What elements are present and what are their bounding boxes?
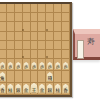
board-cell: 歩: [46, 59, 54, 71]
board-cell: [62, 13, 70, 22]
board-cell: [7, 71, 15, 83]
board-cell: [62, 50, 70, 59]
board-cell: [0, 32, 7, 41]
board-cell: 歩: [15, 59, 23, 71]
board-cell: [62, 32, 70, 41]
board-cell: [62, 41, 70, 50]
shogi-board: 歩歩歩歩歩歩歩歩歩角飛香桂銀金王金銀桂香: [0, 2, 72, 97]
board-cell: [7, 4, 15, 13]
board-cell: 桂: [54, 83, 62, 95]
piece-kanji: 銀: [16, 87, 21, 93]
board-cell: [31, 32, 39, 41]
board-cell: 桂: [7, 83, 15, 95]
piece-kanji: 香: [63, 87, 68, 93]
piece-kanji: 金: [24, 87, 29, 93]
piece-pawn: 歩: [23, 62, 29, 69]
hoshi-dot: [46, 56, 48, 58]
board-cell: [23, 71, 31, 83]
piece-pawn: 歩: [7, 62, 13, 69]
piece-silver: 銀: [46, 84, 53, 93]
hoshi-dot: [46, 29, 48, 31]
piece-rook: 飛: [46, 72, 53, 81]
board-cell: [15, 71, 23, 83]
piece-kanji: 歩: [8, 64, 12, 69]
piece-silver: 銀: [15, 84, 22, 93]
piece-kanji: 歩: [16, 64, 20, 69]
board-cell: 歩: [38, 59, 46, 71]
board-cell: [0, 50, 7, 59]
piece-bishop: 角: [0, 72, 6, 81]
piece-gold: 金: [23, 84, 30, 93]
board-cell: 銀: [15, 83, 23, 95]
box-label: 将棋駒: [77, 40, 84, 59]
board-cell: [46, 13, 54, 22]
piece-pawn: 歩: [55, 62, 61, 69]
board-cell: [23, 50, 31, 59]
board-cell: [15, 13, 23, 22]
board-cell: [54, 22, 62, 31]
board-cell: [46, 4, 54, 13]
board-cell: 香: [0, 83, 7, 95]
piece-kanji: 王: [31, 87, 36, 93]
board-cell: [54, 41, 62, 50]
piece-kanji: 銀: [47, 87, 52, 93]
piece-knight: 桂: [7, 84, 14, 93]
board-cell: [0, 22, 7, 31]
hoshi-dot: [22, 56, 24, 58]
piece-kanji: 金: [39, 87, 44, 93]
piece-kanji: 歩: [48, 64, 52, 69]
board-cell: 角: [0, 71, 7, 83]
board-cell: 歩: [0, 59, 7, 71]
piece-kanji: 桂: [8, 87, 13, 93]
board-cell: 歩: [7, 59, 15, 71]
board-cell: [54, 71, 62, 83]
board-cell: [15, 4, 23, 13]
board-cell: [7, 22, 15, 31]
piece-king: 王: [30, 83, 38, 93]
piece-gold: 金: [38, 84, 45, 93]
piece-kanji: 角: [0, 75, 5, 81]
board-cell: 歩: [62, 59, 70, 71]
board-cell: [54, 4, 62, 13]
piece-kanji: 歩: [32, 64, 36, 69]
piece-knight: 桂: [54, 84, 61, 93]
box-maker-mark: 寿: [86, 36, 96, 47]
board-cell: 歩: [54, 59, 62, 71]
board-cell: 金: [38, 83, 46, 95]
board-cell: 銀: [46, 83, 54, 95]
board-cell: 王: [31, 83, 39, 95]
board-cell: [23, 13, 31, 22]
board-cell: [38, 4, 46, 13]
board-cell: [31, 13, 39, 22]
piece-pawn: 歩: [0, 62, 5, 69]
board-cell: 金: [23, 83, 31, 95]
piece-kanji: 香: [0, 87, 5, 93]
piece-kanji: 桂: [55, 87, 60, 93]
board-cell: [7, 50, 15, 59]
board-cell: [23, 4, 31, 13]
board-cell: [54, 50, 62, 59]
board-cell: [31, 41, 39, 50]
board-cell: [31, 22, 39, 31]
piece-kanji: 歩: [40, 64, 44, 69]
board-cell: [0, 41, 7, 50]
board-cell: [38, 41, 46, 50]
board-cell: [7, 41, 15, 50]
board-cell: 飛: [46, 71, 54, 83]
board-cell: [7, 13, 15, 22]
board-cell: [54, 13, 62, 22]
board-cell: [0, 13, 7, 22]
board-cell: [15, 41, 23, 50]
hoshi-dot: [22, 29, 24, 31]
koma-box: 将棋駒 寿: [73, 29, 100, 60]
board-cell: 歩: [23, 59, 31, 71]
piece-pawn: 歩: [15, 62, 21, 69]
piece-pawn: 歩: [63, 62, 69, 69]
board-cell: [46, 41, 54, 50]
board-cell: [38, 32, 46, 41]
board-cell: [38, 71, 46, 83]
board-cell: [31, 71, 39, 83]
board-cell: [15, 32, 23, 41]
photo: 歩歩歩歩歩歩歩歩歩角飛香桂銀金王金銀桂香 将棋駒 寿: [0, 0, 100, 99]
board-cell: [62, 22, 70, 31]
board-grid: 歩歩歩歩歩歩歩歩歩角飛香桂銀金王金銀桂香: [0, 4, 70, 95]
board-cell: [7, 32, 15, 41]
board-cell: [38, 13, 46, 22]
board-cell: [46, 32, 54, 41]
board-cell: [23, 32, 31, 41]
board-cell: 香: [62, 83, 70, 95]
board-cell: [31, 4, 39, 13]
piece-kanji: 歩: [24, 64, 28, 69]
piece-kanji: 歩: [64, 64, 68, 69]
board-cell: [23, 41, 31, 50]
board-cell: [54, 32, 62, 41]
piece-kanji: 歩: [56, 64, 60, 69]
piece-lance: 香: [62, 84, 69, 93]
board-cell: [0, 4, 7, 13]
piece-pawn: 歩: [31, 62, 37, 69]
board-cell: [31, 50, 39, 59]
piece-kanji: 飛: [47, 75, 52, 81]
board-cell: [62, 4, 70, 13]
board-cell: 歩: [31, 59, 39, 71]
board-cell: [38, 50, 46, 59]
piece-pawn: 歩: [39, 62, 45, 69]
piece-pawn: 歩: [47, 62, 53, 69]
piece-lance: 香: [0, 84, 6, 93]
piece-kanji: 歩: [0, 64, 4, 69]
board-cell: [62, 71, 70, 83]
